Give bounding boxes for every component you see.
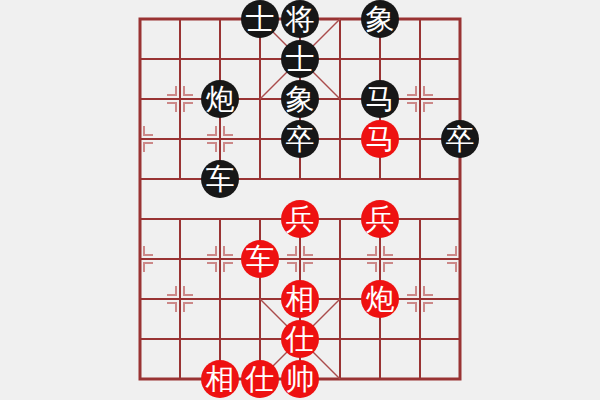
piece-red-advisor[interactable]: 仕	[281, 320, 319, 358]
piece-black-general[interactable]: 将	[281, 0, 319, 38]
piece-black-elephant[interactable]: 象	[281, 80, 319, 118]
piece-red-elephant[interactable]: 相	[201, 360, 239, 398]
piece-black-soldier[interactable]: 卒	[441, 120, 479, 158]
piece-red-soldier[interactable]: 兵	[361, 200, 399, 238]
piece-red-elephant[interactable]: 相	[281, 280, 319, 318]
piece-black-elephant[interactable]: 象	[361, 0, 399, 38]
piece-black-advisor[interactable]: 士	[241, 0, 279, 38]
piece-black-advisor[interactable]: 士	[281, 40, 319, 78]
piece-black-soldier[interactable]: 卒	[281, 120, 319, 158]
piece-red-general[interactable]: 帅	[281, 360, 319, 398]
piece-red-horse[interactable]: 马	[361, 120, 399, 158]
xiangqi-board: 士将象士炮象马卒卒车马兵兵车相炮仕相仕帅	[0, 0, 600, 400]
piece-red-advisor[interactable]: 仕	[241, 360, 279, 398]
pieces-layer: 士将象士炮象马卒卒车马兵兵车相炮仕相仕帅	[120, 0, 480, 399]
piece-red-cannon[interactable]: 炮	[361, 280, 399, 318]
piece-red-chariot[interactable]: 车	[241, 240, 279, 278]
piece-black-chariot[interactable]: 车	[201, 160, 239, 198]
piece-black-horse[interactable]: 马	[361, 80, 399, 118]
piece-red-soldier[interactable]: 兵	[281, 200, 319, 238]
piece-black-cannon[interactable]: 炮	[201, 80, 239, 118]
